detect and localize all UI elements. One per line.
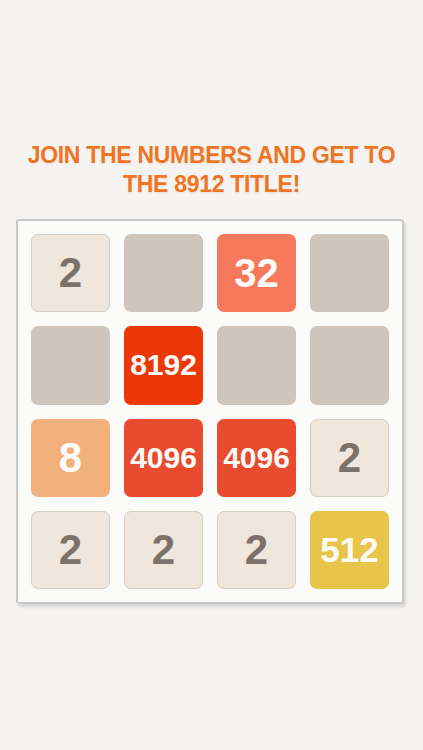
empty-cell	[217, 326, 296, 404]
tile-4096: 4096	[124, 419, 203, 497]
tile-2: 2	[31, 511, 110, 589]
empty-cell	[124, 234, 203, 312]
empty-cell	[310, 234, 389, 312]
empty-cell	[31, 326, 110, 404]
empty-cell	[310, 326, 389, 404]
tile-2: 2	[217, 511, 296, 589]
game-title-line2: THE 8912 TITLE!	[0, 170, 423, 199]
game-title-line1: JOIN THE NUMBERS AND GET TO	[0, 141, 423, 170]
tile-2: 2	[310, 419, 389, 497]
tile-8: 8	[31, 419, 110, 497]
tile-8192: 8192	[124, 326, 203, 404]
tile-512: 512	[310, 511, 389, 589]
tile-2: 2	[124, 511, 203, 589]
tile-32: 32	[217, 234, 296, 312]
tile-2: 2	[31, 234, 110, 312]
game-screen: JOIN THE NUMBERS AND GET TO THE 8912 TIT…	[0, 0, 423, 750]
board-grid[interactable]: 23281928409640962222512	[16, 219, 404, 604]
game-title: JOIN THE NUMBERS AND GET TO THE 8912 TIT…	[0, 141, 423, 199]
tile-4096: 4096	[217, 419, 296, 497]
